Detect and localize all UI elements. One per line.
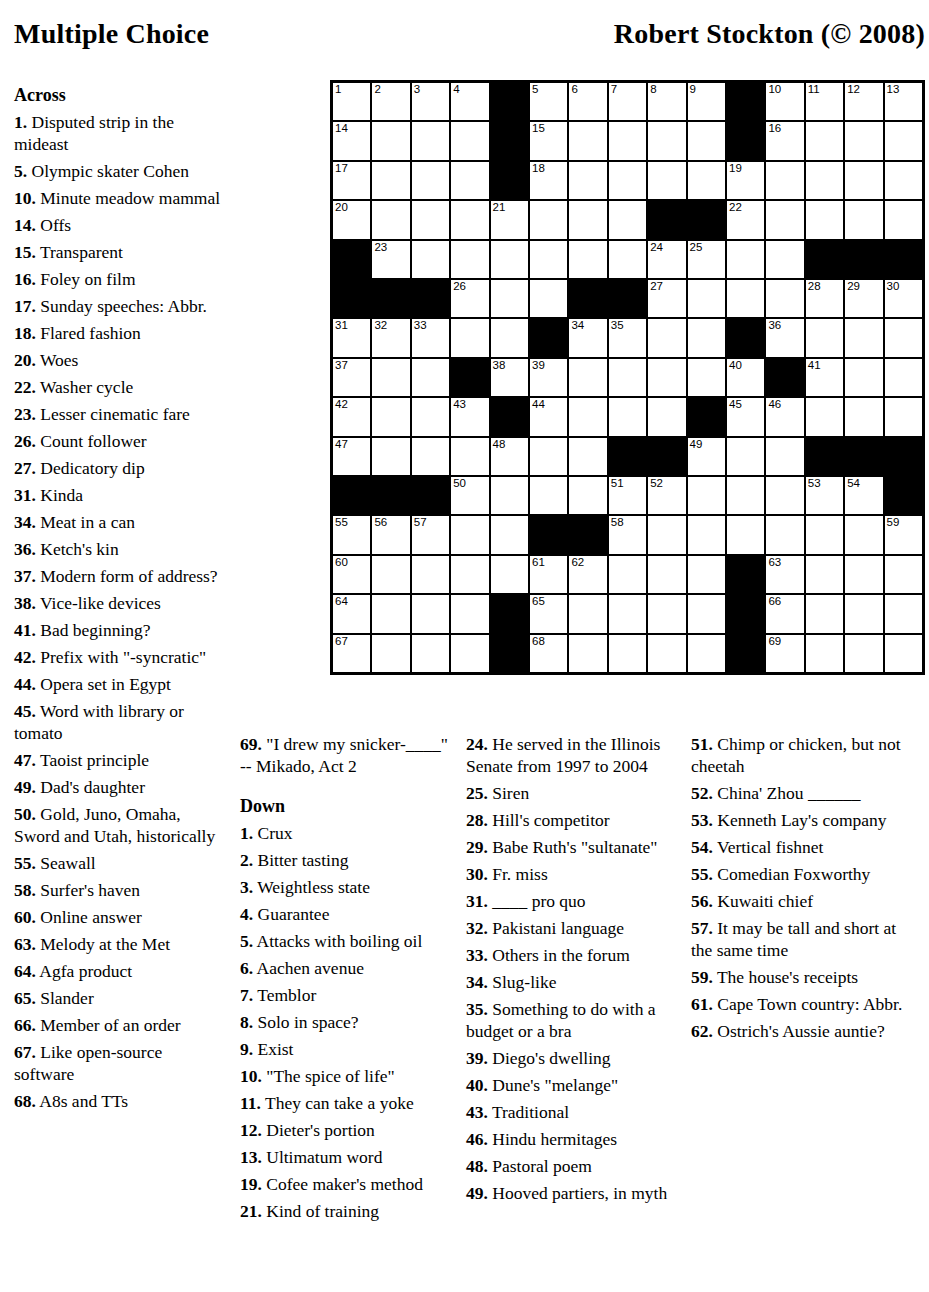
black-cell-r3c5: [491, 162, 528, 199]
down-clue-30: 30. Fr. miss: [466, 863, 684, 885]
black-cell-r6c7: [569, 280, 606, 317]
clue-number: 14.: [14, 215, 36, 235]
white-cell-r15c12[interactable]: 69: [766, 635, 803, 672]
white-cell-r6c12[interactable]: [766, 280, 803, 317]
white-cell-r14c3[interactable]: [412, 595, 449, 632]
white-cell-r15c10[interactable]: [688, 635, 725, 672]
black-cell-r1c11: [727, 83, 764, 120]
white-cell-r3c14[interactable]: [845, 162, 882, 199]
down-clue-10: 10. "The spice of life": [240, 1065, 452, 1087]
white-cell-r3c3[interactable]: [412, 162, 449, 199]
white-cell-r8c13[interactable]: 41: [806, 359, 843, 396]
white-cell-r7c5[interactable]: [491, 319, 528, 356]
white-cell-r1c3[interactable]: 3: [412, 83, 449, 120]
white-cell-r1c4[interactable]: 4: [451, 83, 488, 120]
white-cell-r10c11[interactable]: [727, 438, 764, 475]
white-cell-r3c4[interactable]: [451, 162, 488, 199]
white-cell-r4c5[interactable]: 21: [491, 201, 528, 238]
white-cell-r14c14[interactable]: [845, 595, 882, 632]
white-cell-r3c13[interactable]: [806, 162, 843, 199]
white-cell-r11c4[interactable]: 50: [451, 477, 488, 514]
clue-number: 59.: [691, 967, 713, 987]
white-cell-r14c4[interactable]: [451, 595, 488, 632]
white-cell-r5c12[interactable]: [766, 241, 803, 278]
black-cell-r11c15: [885, 477, 922, 514]
white-cell-r2c13[interactable]: [806, 122, 843, 159]
white-cell-r13c2[interactable]: [372, 556, 409, 593]
white-cell-r7c7[interactable]: 34: [569, 319, 606, 356]
white-cell-r7c1[interactable]: 31: [333, 319, 370, 356]
white-cell-r10c3[interactable]: [412, 438, 449, 475]
white-cell-r6c6[interactable]: [530, 280, 567, 317]
cell-number-10: 10: [768, 83, 781, 96]
black-cell-r5c15: [885, 241, 922, 278]
cell-number-67: 67: [335, 635, 348, 648]
white-cell-r13c12[interactable]: 63: [766, 556, 803, 593]
down-clue-28: 28. Hill's competitor: [466, 809, 684, 831]
white-cell-r12c11[interactable]: [727, 516, 764, 553]
white-cell-r9c9[interactable]: [648, 398, 685, 435]
white-cell-r15c9[interactable]: [648, 635, 685, 672]
white-cell-r13c13[interactable]: [806, 556, 843, 593]
down-clue-51: 51. Chimp or chicken, but not cheetah: [691, 733, 921, 777]
white-cell-r9c12[interactable]: 46: [766, 398, 803, 435]
white-cell-r9c1[interactable]: 42: [333, 398, 370, 435]
white-cell-r3c1[interactable]: 17: [333, 162, 370, 199]
across-clue-68: 68. A8s and TTs: [14, 1090, 224, 1112]
white-cell-r2c6[interactable]: 15: [530, 122, 567, 159]
white-cell-r10c6[interactable]: [530, 438, 567, 475]
across-clue-16: 16. Foley on film: [14, 268, 224, 290]
cell-number-23: 23: [374, 241, 387, 254]
white-cell-r15c15[interactable]: [885, 635, 922, 672]
white-cell-r2c12[interactable]: 16: [766, 122, 803, 159]
white-cell-r12c5[interactable]: [491, 516, 528, 553]
clue-number: 57.: [691, 918, 713, 938]
white-cell-r9c4[interactable]: 43: [451, 398, 488, 435]
cell-number-20: 20: [335, 201, 348, 214]
white-cell-r10c10[interactable]: 49: [688, 438, 725, 475]
clue-number: 18.: [14, 323, 36, 343]
white-cell-r14c12[interactable]: 66: [766, 595, 803, 632]
white-cell-r3c10[interactable]: [688, 162, 725, 199]
white-cell-r15c8[interactable]: [609, 635, 646, 672]
black-cell-r9c5: [491, 398, 528, 435]
white-cell-r11c12[interactable]: [766, 477, 803, 514]
white-cell-r12c14[interactable]: [845, 516, 882, 553]
page-title: Multiple Choice: [14, 18, 209, 50]
white-cell-r5c3[interactable]: [412, 241, 449, 278]
cell-number-25: 25: [690, 241, 703, 254]
down-clue-list-3: 51. Chimp or chicken, but not cheetah52.…: [691, 733, 921, 1042]
white-cell-r13c15[interactable]: [885, 556, 922, 593]
across-clue-66: 66. Member of an order: [14, 1014, 224, 1036]
white-cell-r4c14[interactable]: [845, 201, 882, 238]
clue-number: 66.: [14, 1015, 36, 1035]
clue-number: 34.: [14, 512, 36, 532]
white-cell-r4c1[interactable]: 20: [333, 201, 370, 238]
white-cell-r8c5[interactable]: 38: [491, 359, 528, 396]
white-cell-r2c2[interactable]: [372, 122, 409, 159]
white-cell-r1c12[interactable]: 10: [766, 83, 803, 120]
white-cell-r2c1[interactable]: 14: [333, 122, 370, 159]
white-cell-r13c1[interactable]: 60: [333, 556, 370, 593]
white-cell-r11c14[interactable]: 54: [845, 477, 882, 514]
white-cell-r9c14[interactable]: [845, 398, 882, 435]
white-cell-r9c7[interactable]: [569, 398, 606, 435]
white-cell-r4c4[interactable]: [451, 201, 488, 238]
white-cell-r8c8[interactable]: [609, 359, 646, 396]
white-cell-r9c13[interactable]: [806, 398, 843, 435]
white-cell-r6c5[interactable]: [491, 280, 528, 317]
white-cell-r10c2[interactable]: [372, 438, 409, 475]
white-cell-r8c14[interactable]: [845, 359, 882, 396]
white-cell-r9c15[interactable]: [885, 398, 922, 435]
white-cell-r15c6[interactable]: 68: [530, 635, 567, 672]
white-cell-r7c10[interactable]: [688, 319, 725, 356]
across-clue-list-tail: 69. "I drew my snicker-____" -- Mikado, …: [240, 733, 452, 777]
white-cell-r13c3[interactable]: [412, 556, 449, 593]
cell-number-40: 40: [729, 359, 742, 372]
clue-number: 8.: [240, 1012, 253, 1032]
clue-number: 1.: [240, 823, 253, 843]
black-cell-r14c5: [491, 595, 528, 632]
white-cell-r9c8[interactable]: [609, 398, 646, 435]
across-clue-65: 65. Slander: [14, 987, 224, 1009]
clue-number: 6.: [240, 958, 253, 978]
down-heading: Down: [240, 795, 452, 817]
white-cell-r1c2[interactable]: 2: [372, 83, 409, 120]
white-cell-r1c1[interactable]: 1: [333, 83, 370, 120]
white-cell-r12c4[interactable]: [451, 516, 488, 553]
white-cell-r15c3[interactable]: [412, 635, 449, 672]
white-cell-r14c13[interactable]: [806, 595, 843, 632]
white-cell-r7c13[interactable]: [806, 319, 843, 356]
clue-number: 62.: [691, 1021, 713, 1041]
white-cell-r1c6[interactable]: 5: [530, 83, 567, 120]
clue-number: 61.: [691, 994, 713, 1014]
white-cell-r7c2[interactable]: 32: [372, 319, 409, 356]
white-cell-r8c15[interactable]: [885, 359, 922, 396]
white-cell-r2c14[interactable]: [845, 122, 882, 159]
black-cell-r6c2: [372, 280, 409, 317]
white-cell-r14c7[interactable]: [569, 595, 606, 632]
white-cell-r1c7[interactable]: 6: [569, 83, 606, 120]
cell-number-14: 14: [335, 122, 348, 135]
down-clue-46: 46. Hindu hermitages: [466, 1128, 684, 1150]
across-clue-22: 22. Washer cycle: [14, 376, 224, 398]
white-cell-r14c6[interactable]: 65: [530, 595, 567, 632]
across-clue-14: 14. Offs: [14, 214, 224, 236]
white-cell-r5c5[interactable]: [491, 241, 528, 278]
cell-number-57: 57: [414, 516, 427, 529]
across-clue-1: 1. Disputed strip in the mideast: [14, 111, 224, 155]
white-cell-r15c2[interactable]: [372, 635, 409, 672]
clue-number: 7.: [240, 985, 253, 1005]
white-cell-r12c15[interactable]: 59: [885, 516, 922, 553]
white-cell-r14c9[interactable]: [648, 595, 685, 632]
cell-number-15: 15: [532, 122, 545, 135]
white-cell-r7c12[interactable]: 36: [766, 319, 803, 356]
clue-number: 50.: [14, 804, 36, 824]
white-cell-r6c4[interactable]: 26: [451, 280, 488, 317]
white-cell-r2c8[interactable]: [609, 122, 646, 159]
white-cell-r6c9[interactable]: 27: [648, 280, 685, 317]
clue-number: 54.: [691, 837, 713, 857]
cell-number-62: 62: [571, 556, 584, 569]
white-cell-r10c7[interactable]: [569, 438, 606, 475]
white-cell-r12c10[interactable]: [688, 516, 725, 553]
white-cell-r5c2[interactable]: 23: [372, 241, 409, 278]
white-cell-r8c6[interactable]: 39: [530, 359, 567, 396]
cell-number-41: 41: [808, 359, 821, 372]
white-cell-r5c4[interactable]: [451, 241, 488, 278]
across-clue-67: 67. Like open-source software: [14, 1041, 224, 1085]
white-cell-r8c9[interactable]: [648, 359, 685, 396]
white-cell-r5c6[interactable]: [530, 241, 567, 278]
white-cell-r12c8[interactable]: 58: [609, 516, 646, 553]
across-clue-5: 5. Olympic skater Cohen: [14, 160, 224, 182]
white-cell-r1c14[interactable]: 12: [845, 83, 882, 120]
white-cell-r14c15[interactable]: [885, 595, 922, 632]
white-cell-r4c13[interactable]: [806, 201, 843, 238]
white-cell-r5c11[interactable]: [727, 241, 764, 278]
white-cell-r7c9[interactable]: [648, 319, 685, 356]
cell-number-61: 61: [532, 556, 545, 569]
white-cell-r10c5[interactable]: 48: [491, 438, 528, 475]
down-clue-29: 29. Babe Ruth's "sultanate": [466, 836, 684, 858]
clue-number: 46.: [466, 1129, 488, 1149]
white-cell-r3c7[interactable]: [569, 162, 606, 199]
cell-number-28: 28: [808, 280, 821, 293]
white-cell-r5c8[interactable]: [609, 241, 646, 278]
white-cell-r3c9[interactable]: [648, 162, 685, 199]
white-cell-r1c15[interactable]: 13: [885, 83, 922, 120]
clue-number: 29.: [466, 837, 488, 857]
down-clue-list-2: 24. He served in the Illinois Senate fro…: [466, 733, 684, 1204]
white-cell-r2c15[interactable]: [885, 122, 922, 159]
clue-number: 44.: [14, 674, 36, 694]
clue-number: 3.: [240, 877, 253, 897]
white-cell-r5c9[interactable]: 24: [648, 241, 685, 278]
white-cell-r2c4[interactable]: [451, 122, 488, 159]
white-cell-r3c12[interactable]: [766, 162, 803, 199]
cell-number-54: 54: [847, 477, 860, 490]
across-clue-38: 38. Vice-like devices: [14, 592, 224, 614]
white-cell-r11c13[interactable]: 53: [806, 477, 843, 514]
black-cell-r11c2: [372, 477, 409, 514]
white-cell-r11c11[interactable]: [727, 477, 764, 514]
white-cell-r1c10[interactable]: 9: [688, 83, 725, 120]
white-cell-r4c8[interactable]: [609, 201, 646, 238]
black-cell-r10c9: [648, 438, 685, 475]
clue-number: 48.: [466, 1156, 488, 1176]
cell-number-26: 26: [453, 280, 466, 293]
cell-number-13: 13: [887, 83, 900, 96]
clue-number: 27.: [14, 458, 36, 478]
across-clue-10: 10. Minute meadow mammal: [14, 187, 224, 209]
clue-number: 26.: [14, 431, 36, 451]
cell-number-47: 47: [335, 438, 348, 451]
white-cell-r12c2[interactable]: 56: [372, 516, 409, 553]
white-cell-r15c14[interactable]: [845, 635, 882, 672]
white-cell-r10c1[interactable]: 47: [333, 438, 370, 475]
white-cell-r9c2[interactable]: [372, 398, 409, 435]
clue-number: 2.: [240, 850, 253, 870]
down-clue-5: 5. Attacks with boiling oil: [240, 930, 452, 952]
clue-number: 65.: [14, 988, 36, 1008]
white-cell-r9c6[interactable]: 44: [530, 398, 567, 435]
cell-number-49: 49: [690, 438, 703, 451]
white-cell-r3c8[interactable]: [609, 162, 646, 199]
white-cell-r11c9[interactable]: 52: [648, 477, 685, 514]
black-cell-r4c10: [688, 201, 725, 238]
across-clue-50: 50. Gold, Juno, Omaha, Sword and Utah, h…: [14, 803, 224, 847]
white-cell-r14c10[interactable]: [688, 595, 725, 632]
white-cell-r11c10[interactable]: [688, 477, 725, 514]
cell-number-32: 32: [374, 319, 387, 332]
down-clue-49: 49. Hooved partiers, in myth: [466, 1182, 684, 1204]
white-cell-r14c2[interactable]: [372, 595, 409, 632]
cell-number-51: 51: [611, 477, 624, 490]
white-cell-r10c12[interactable]: [766, 438, 803, 475]
black-cell-r11c3: [412, 477, 449, 514]
white-cell-r7c4[interactable]: [451, 319, 488, 356]
white-cell-r13c14[interactable]: [845, 556, 882, 593]
black-cell-r10c14: [845, 438, 882, 475]
white-cell-r11c6[interactable]: [530, 477, 567, 514]
white-cell-r14c8[interactable]: [609, 595, 646, 632]
white-cell-r2c7[interactable]: [569, 122, 606, 159]
white-cell-r6c13[interactable]: 28: [806, 280, 843, 317]
white-cell-r7c14[interactable]: [845, 319, 882, 356]
cell-number-66: 66: [768, 595, 781, 608]
white-cell-r8c2[interactable]: [372, 359, 409, 396]
cell-number-12: 12: [847, 83, 860, 96]
white-cell-r11c8[interactable]: 51: [609, 477, 646, 514]
white-cell-r15c4[interactable]: [451, 635, 488, 672]
cell-number-37: 37: [335, 359, 348, 372]
white-cell-r3c2[interactable]: [372, 162, 409, 199]
white-cell-r7c15[interactable]: [885, 319, 922, 356]
white-cell-r4c2[interactable]: [372, 201, 409, 238]
white-cell-r13c8[interactable]: [609, 556, 646, 593]
white-cell-r2c10[interactable]: [688, 122, 725, 159]
white-cell-r13c9[interactable]: [648, 556, 685, 593]
white-cell-r10c4[interactable]: [451, 438, 488, 475]
white-cell-r12c12[interactable]: [766, 516, 803, 553]
white-cell-r8c7[interactable]: [569, 359, 606, 396]
white-cell-r4c3[interactable]: [412, 201, 449, 238]
white-cell-r8c11[interactable]: 40: [727, 359, 764, 396]
black-cell-r5c1: [333, 241, 370, 278]
cell-number-53: 53: [808, 477, 821, 490]
white-cell-r7c8[interactable]: 35: [609, 319, 646, 356]
white-cell-r2c3[interactable]: [412, 122, 449, 159]
white-cell-r8c3[interactable]: [412, 359, 449, 396]
white-cell-r13c7[interactable]: 62: [569, 556, 606, 593]
cell-number-56: 56: [374, 516, 387, 529]
cell-number-31: 31: [335, 319, 348, 332]
white-cell-r11c5[interactable]: [491, 477, 528, 514]
white-cell-r14c1[interactable]: 64: [333, 595, 370, 632]
clue-number: 49.: [466, 1183, 488, 1203]
black-cell-r6c8: [609, 280, 646, 317]
white-cell-r4c6[interactable]: [530, 201, 567, 238]
white-cell-r13c4[interactable]: [451, 556, 488, 593]
white-cell-r15c1[interactable]: 67: [333, 635, 370, 672]
white-cell-r15c13[interactable]: [806, 635, 843, 672]
clue-number: 49.: [14, 777, 36, 797]
cell-number-4: 4: [453, 83, 459, 96]
clue-number: 34.: [466, 972, 488, 992]
white-cell-r13c5[interactable]: [491, 556, 528, 593]
white-cell-r13c6[interactable]: 61: [530, 556, 567, 593]
black-cell-r8c4: [451, 359, 488, 396]
white-cell-r7c3[interactable]: 33: [412, 319, 449, 356]
white-cell-r1c8[interactable]: 7: [609, 83, 646, 120]
cell-number-52: 52: [650, 477, 663, 490]
down-clue-31: 31. ____ pro quo: [466, 890, 684, 912]
white-cell-r1c9[interactable]: 8: [648, 83, 685, 120]
cell-number-2: 2: [374, 83, 380, 96]
white-cell-r4c12[interactable]: [766, 201, 803, 238]
white-cell-r4c15[interactable]: [885, 201, 922, 238]
clue-number: 40.: [466, 1075, 488, 1095]
white-cell-r2c9[interactable]: [648, 122, 685, 159]
black-cell-r7c6: [530, 319, 567, 356]
across-clue-41: 41. Bad beginning?: [14, 619, 224, 641]
white-cell-r6c15[interactable]: 30: [885, 280, 922, 317]
clue-number: 33.: [466, 945, 488, 965]
cell-number-43: 43: [453, 398, 466, 411]
white-cell-r5c7[interactable]: [569, 241, 606, 278]
white-cell-r15c7[interactable]: [569, 635, 606, 672]
white-cell-r12c13[interactable]: [806, 516, 843, 553]
cell-number-68: 68: [532, 635, 545, 648]
white-cell-r8c1[interactable]: 37: [333, 359, 370, 396]
white-cell-r3c11[interactable]: 19: [727, 162, 764, 199]
white-cell-r6c10[interactable]: [688, 280, 725, 317]
white-cell-r6c11[interactable]: [727, 280, 764, 317]
clue-number: 13.: [240, 1147, 262, 1167]
white-cell-r9c11[interactable]: 45: [727, 398, 764, 435]
white-cell-r3c6[interactable]: 18: [530, 162, 567, 199]
down-clue-list-1: 1. Crux2. Bitter tasting3. Weightless st…: [240, 822, 452, 1222]
white-cell-r13c10[interactable]: [688, 556, 725, 593]
white-cell-r5c10[interactable]: 25: [688, 241, 725, 278]
down-clue-54: 54. Vertical fishnet: [691, 836, 921, 858]
white-cell-r12c9[interactable]: [648, 516, 685, 553]
white-cell-r12c1[interactable]: 55: [333, 516, 370, 553]
clue-number: 47.: [14, 750, 36, 770]
black-cell-r6c3: [412, 280, 449, 317]
white-cell-r12c3[interactable]: 57: [412, 516, 449, 553]
cell-number-33: 33: [414, 319, 427, 332]
white-cell-r8c10[interactable]: [688, 359, 725, 396]
clue-number: 24.: [466, 734, 488, 754]
white-cell-r9c3[interactable]: [412, 398, 449, 435]
cell-number-1: 1: [335, 83, 341, 96]
white-cell-r4c11[interactable]: 22: [727, 201, 764, 238]
cell-number-42: 42: [335, 398, 348, 411]
white-cell-r6c14[interactable]: 29: [845, 280, 882, 317]
white-cell-r1c13[interactable]: 11: [806, 83, 843, 120]
white-cell-r4c7[interactable]: [569, 201, 606, 238]
white-cell-r3c15[interactable]: [885, 162, 922, 199]
clues-column-4: 51. Chimp or chicken, but not cheetah52.…: [691, 733, 921, 1047]
white-cell-r11c7[interactable]: [569, 477, 606, 514]
